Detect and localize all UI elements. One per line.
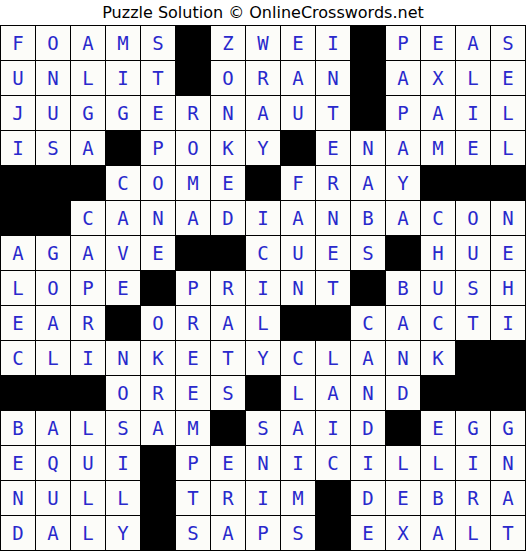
letter-cell-r1c7: Z bbox=[211, 26, 245, 60]
block-cell-r6c2 bbox=[36, 201, 70, 235]
block-cell-r14c10 bbox=[316, 481, 350, 515]
letter-cell-r3c10: T bbox=[316, 96, 350, 130]
letter-cell-r6c12: A bbox=[386, 201, 420, 235]
page-title: Puzzle Solution © OnlineCrosswords.net bbox=[0, 0, 526, 25]
letter-cell-r5c4: C bbox=[106, 166, 140, 200]
letter-cell-r9c15: I bbox=[491, 306, 525, 340]
letter-cell-r12c5: A bbox=[141, 411, 175, 445]
letter-cell-r3c7: N bbox=[211, 96, 245, 130]
letter-cell-r14c9: M bbox=[281, 481, 315, 515]
letter-cell-r6c8: I bbox=[246, 201, 280, 235]
letter-cell-r13c2: Q bbox=[36, 446, 70, 480]
letter-cell-r8c2: O bbox=[36, 271, 70, 305]
letter-cell-r9c7: A bbox=[211, 306, 245, 340]
letter-cell-r5c12: Y bbox=[386, 166, 420, 200]
letter-cell-r13c7: E bbox=[211, 446, 245, 480]
letter-cell-r2c14: L bbox=[456, 61, 490, 95]
letter-cell-r10c2: L bbox=[36, 341, 70, 375]
letter-cell-r1c8: W bbox=[246, 26, 280, 60]
letter-cell-r12c13: E bbox=[421, 411, 455, 445]
letter-cell-r10c3: I bbox=[71, 341, 105, 375]
block-cell-r5c2 bbox=[36, 166, 70, 200]
block-cell-r12c7 bbox=[211, 411, 245, 445]
letter-cell-r9c12: A bbox=[386, 306, 420, 340]
letter-cell-r9c6: R bbox=[176, 306, 210, 340]
block-cell-r10c14 bbox=[456, 341, 490, 375]
letter-cell-r5c7: E bbox=[211, 166, 245, 200]
letter-cell-r11c6: E bbox=[176, 376, 210, 410]
letter-cell-r3c4: G bbox=[106, 96, 140, 130]
letter-cell-r6c9: A bbox=[281, 201, 315, 235]
block-cell-r11c1 bbox=[1, 376, 35, 410]
letter-cell-r4c8: Y bbox=[246, 131, 280, 165]
letter-cell-r14c1: N bbox=[1, 481, 35, 515]
letter-cell-r4c12: A bbox=[386, 131, 420, 165]
letter-cell-r15c4: Y bbox=[106, 516, 140, 550]
letter-cell-r10c6: E bbox=[176, 341, 210, 375]
letter-cell-r3c9: U bbox=[281, 96, 315, 130]
block-cell-r8c5 bbox=[141, 271, 175, 305]
letter-cell-r13c6: P bbox=[176, 446, 210, 480]
letter-cell-r7c14: U bbox=[456, 236, 490, 270]
block-cell-r11c3 bbox=[71, 376, 105, 410]
letter-cell-r10c8: Y bbox=[246, 341, 280, 375]
letter-cell-r6c6: A bbox=[176, 201, 210, 235]
letter-cell-r8c1: L bbox=[1, 271, 35, 305]
letter-cell-r10c7: T bbox=[211, 341, 245, 375]
letter-cell-r6c14: O bbox=[456, 201, 490, 235]
letter-cell-r14c6: T bbox=[176, 481, 210, 515]
letter-cell-r4c10: E bbox=[316, 131, 350, 165]
letter-cell-r8c4: E bbox=[106, 271, 140, 305]
letter-cell-r5c10: R bbox=[316, 166, 350, 200]
letter-cell-r12c10: I bbox=[316, 411, 350, 445]
letter-cell-r1c10: I bbox=[316, 26, 350, 60]
block-cell-r5c14 bbox=[456, 166, 490, 200]
letter-cell-r4c11: N bbox=[351, 131, 385, 165]
block-cell-r11c13 bbox=[421, 376, 455, 410]
letter-cell-r5c11: A bbox=[351, 166, 385, 200]
letter-cell-r2c8: R bbox=[246, 61, 280, 95]
letter-cell-r12c6: M bbox=[176, 411, 210, 445]
letter-cell-r15c3: L bbox=[71, 516, 105, 550]
block-cell-r5c1 bbox=[1, 166, 35, 200]
letter-cell-r6c3: C bbox=[71, 201, 105, 235]
letter-cell-r13c4: I bbox=[106, 446, 140, 480]
letter-cell-r11c4: O bbox=[106, 376, 140, 410]
block-cell-r8c11 bbox=[351, 271, 385, 305]
letter-cell-r7c10: E bbox=[316, 236, 350, 270]
letter-cell-r10c1: C bbox=[1, 341, 35, 375]
letter-cell-r7c3: A bbox=[71, 236, 105, 270]
block-cell-r6c1 bbox=[1, 201, 35, 235]
letter-cell-r14c14: R bbox=[456, 481, 490, 515]
letter-cell-r6c11: B bbox=[351, 201, 385, 235]
block-cell-r7c7 bbox=[211, 236, 245, 270]
letter-cell-r6c10: N bbox=[316, 201, 350, 235]
letter-cell-r13c9: I bbox=[281, 446, 315, 480]
letter-cell-r2c4: I bbox=[106, 61, 140, 95]
letter-cell-r2c15: E bbox=[491, 61, 525, 95]
letter-cell-r7c8: C bbox=[246, 236, 280, 270]
letter-cell-r1c15: S bbox=[491, 26, 525, 60]
letter-cell-r13c15: N bbox=[491, 446, 525, 480]
letter-cell-r2c2: N bbox=[36, 61, 70, 95]
letter-cell-r11c10: A bbox=[316, 376, 350, 410]
block-cell-r13c5 bbox=[141, 446, 175, 480]
letter-cell-r7c2: G bbox=[36, 236, 70, 270]
letter-cell-r13c14: I bbox=[456, 446, 490, 480]
letter-cell-r12c4: S bbox=[106, 411, 140, 445]
letter-cell-r13c11: I bbox=[351, 446, 385, 480]
block-cell-r12c12 bbox=[386, 411, 420, 445]
block-cell-r4c9 bbox=[281, 131, 315, 165]
letter-cell-r5c9: F bbox=[281, 166, 315, 200]
letter-cell-r12c11: D bbox=[351, 411, 385, 445]
letter-cell-r5c5: O bbox=[141, 166, 175, 200]
letter-cell-r1c9: E bbox=[281, 26, 315, 60]
letter-cell-r10c9: C bbox=[281, 341, 315, 375]
letter-cell-r4c6: O bbox=[176, 131, 210, 165]
letter-cell-r9c5: O bbox=[141, 306, 175, 340]
letter-cell-r7c11: S bbox=[351, 236, 385, 270]
letter-cell-r9c1: E bbox=[1, 306, 35, 340]
letter-cell-r14c15: A bbox=[491, 481, 525, 515]
letter-cell-r12c15: G bbox=[491, 411, 525, 445]
letter-cell-r12c14: G bbox=[456, 411, 490, 445]
letter-cell-r3c13: A bbox=[421, 96, 455, 130]
block-cell-r9c9 bbox=[281, 306, 315, 340]
block-cell-r11c8 bbox=[246, 376, 280, 410]
letter-cell-r15c11: E bbox=[351, 516, 385, 550]
letter-cell-r1c13: E bbox=[421, 26, 455, 60]
letter-cell-r1c4: M bbox=[106, 26, 140, 60]
letter-cell-r9c11: C bbox=[351, 306, 385, 340]
letter-cell-r9c14: T bbox=[456, 306, 490, 340]
letter-cell-r4c15: L bbox=[491, 131, 525, 165]
letter-cell-r3c2: U bbox=[36, 96, 70, 130]
letter-cell-r2c9: A bbox=[281, 61, 315, 95]
letter-cell-r15c7: A bbox=[211, 516, 245, 550]
letter-cell-r3c1: J bbox=[1, 96, 35, 130]
letter-cell-r2c5: T bbox=[141, 61, 175, 95]
letter-cell-r6c13: C bbox=[421, 201, 455, 235]
letter-cell-r8c9: N bbox=[281, 271, 315, 305]
block-cell-r5c13 bbox=[421, 166, 455, 200]
block-cell-r9c10 bbox=[316, 306, 350, 340]
letter-cell-r13c10: C bbox=[316, 446, 350, 480]
letter-cell-r12c9: A bbox=[281, 411, 315, 445]
block-cell-r9c4 bbox=[106, 306, 140, 340]
letter-cell-r14c3: L bbox=[71, 481, 105, 515]
letter-cell-r12c1: B bbox=[1, 411, 35, 445]
letter-cell-r10c5: K bbox=[141, 341, 175, 375]
letter-cell-r9c8: L bbox=[246, 306, 280, 340]
letter-cell-r3c8: A bbox=[246, 96, 280, 130]
block-cell-r1c11 bbox=[351, 26, 385, 60]
letter-cell-r9c2: A bbox=[36, 306, 70, 340]
letter-cell-r13c13: L bbox=[421, 446, 455, 480]
letter-cell-r6c15: N bbox=[491, 201, 525, 235]
letter-cell-r1c14: A bbox=[456, 26, 490, 60]
block-cell-r11c14 bbox=[456, 376, 490, 410]
letter-cell-r3c6: R bbox=[176, 96, 210, 130]
letter-cell-r3c5: E bbox=[141, 96, 175, 130]
letter-cell-r5c6: M bbox=[176, 166, 210, 200]
letter-cell-r7c4: V bbox=[106, 236, 140, 270]
letter-cell-r8c10: T bbox=[316, 271, 350, 305]
letter-cell-r1c5: S bbox=[141, 26, 175, 60]
letter-cell-r4c5: P bbox=[141, 131, 175, 165]
block-cell-r5c15 bbox=[491, 166, 525, 200]
letter-cell-r4c1: I bbox=[1, 131, 35, 165]
letter-cell-r6c4: A bbox=[106, 201, 140, 235]
block-cell-r10c15 bbox=[491, 341, 525, 375]
letter-cell-r11c9: L bbox=[281, 376, 315, 410]
letter-cell-r12c8: S bbox=[246, 411, 280, 445]
letter-cell-r2c13: X bbox=[421, 61, 455, 95]
letter-cell-r2c3: L bbox=[71, 61, 105, 95]
letter-cell-r14c7: R bbox=[211, 481, 245, 515]
block-cell-r2c11 bbox=[351, 61, 385, 95]
letter-cell-r1c3: A bbox=[71, 26, 105, 60]
block-cell-r2c6 bbox=[176, 61, 210, 95]
letter-cell-r8c8: I bbox=[246, 271, 280, 305]
letter-cell-r1c1: F bbox=[1, 26, 35, 60]
block-cell-r5c3 bbox=[71, 166, 105, 200]
letter-cell-r14c13: B bbox=[421, 481, 455, 515]
letter-cell-r7c15: E bbox=[491, 236, 525, 270]
letter-cell-r7c9: U bbox=[281, 236, 315, 270]
letter-cell-r15c13: A bbox=[421, 516, 455, 550]
letter-cell-r9c13: C bbox=[421, 306, 455, 340]
letter-cell-r6c5: N bbox=[141, 201, 175, 235]
letter-cell-r7c5: E bbox=[141, 236, 175, 270]
block-cell-r14c5 bbox=[141, 481, 175, 515]
letter-cell-r15c2: A bbox=[36, 516, 70, 550]
letter-cell-r8c7: R bbox=[211, 271, 245, 305]
letter-cell-r8c6: P bbox=[176, 271, 210, 305]
letter-cell-r14c2: U bbox=[36, 481, 70, 515]
letter-cell-r10c12: N bbox=[386, 341, 420, 375]
letter-cell-r15c12: X bbox=[386, 516, 420, 550]
letter-cell-r10c11: A bbox=[351, 341, 385, 375]
letter-cell-r8c15: H bbox=[491, 271, 525, 305]
letter-cell-r3c12: P bbox=[386, 96, 420, 130]
letter-cell-r7c1: A bbox=[1, 236, 35, 270]
letter-cell-r8c13: U bbox=[421, 271, 455, 305]
letter-cell-r11c7: S bbox=[211, 376, 245, 410]
letter-cell-r2c12: A bbox=[386, 61, 420, 95]
letter-cell-r2c7: O bbox=[211, 61, 245, 95]
letter-cell-r4c2: S bbox=[36, 131, 70, 165]
letter-cell-r9c3: R bbox=[71, 306, 105, 340]
letter-cell-r3c14: I bbox=[456, 96, 490, 130]
block-cell-r1c6 bbox=[176, 26, 210, 60]
letter-cell-r13c3: U bbox=[71, 446, 105, 480]
crossword-grid: FOAMSZWEIPEASUNLITORANAXLEJUGGERNAUTPAIL… bbox=[0, 25, 526, 551]
letter-cell-r11c11: N bbox=[351, 376, 385, 410]
letter-cell-r10c4: N bbox=[106, 341, 140, 375]
letter-cell-r15c6: S bbox=[176, 516, 210, 550]
block-cell-r7c12 bbox=[386, 236, 420, 270]
block-cell-r11c15 bbox=[491, 376, 525, 410]
letter-cell-r14c11: D bbox=[351, 481, 385, 515]
letter-cell-r11c12: D bbox=[386, 376, 420, 410]
letter-cell-r4c7: K bbox=[211, 131, 245, 165]
letter-cell-r15c15: T bbox=[491, 516, 525, 550]
letter-cell-r8c3: P bbox=[71, 271, 105, 305]
letter-cell-r13c8: N bbox=[246, 446, 280, 480]
letter-cell-r3c3: G bbox=[71, 96, 105, 130]
letter-cell-r7c13: H bbox=[421, 236, 455, 270]
letter-cell-r8c12: B bbox=[386, 271, 420, 305]
letter-cell-r3c15: L bbox=[491, 96, 525, 130]
letter-cell-r2c1: U bbox=[1, 61, 35, 95]
letter-cell-r4c14: E bbox=[456, 131, 490, 165]
block-cell-r15c5 bbox=[141, 516, 175, 550]
letter-cell-r10c10: L bbox=[316, 341, 350, 375]
block-cell-r7c6 bbox=[176, 236, 210, 270]
crossword-solution-page: Puzzle Solution © OnlineCrosswords.net F… bbox=[0, 0, 526, 551]
letter-cell-r12c3: L bbox=[71, 411, 105, 445]
block-cell-r4c4 bbox=[106, 131, 140, 165]
block-cell-r5c8 bbox=[246, 166, 280, 200]
letter-cell-r1c12: P bbox=[386, 26, 420, 60]
block-cell-r3c11 bbox=[351, 96, 385, 130]
letter-cell-r10c13: K bbox=[421, 341, 455, 375]
letter-cell-r4c3: A bbox=[71, 131, 105, 165]
block-cell-r15c10 bbox=[316, 516, 350, 550]
letter-cell-r6c7: D bbox=[211, 201, 245, 235]
letter-cell-r14c12: E bbox=[386, 481, 420, 515]
letter-cell-r11c5: R bbox=[141, 376, 175, 410]
block-cell-r11c2 bbox=[36, 376, 70, 410]
letter-cell-r12c2: A bbox=[36, 411, 70, 445]
letter-cell-r15c14: L bbox=[456, 516, 490, 550]
letter-cell-r15c1: D bbox=[1, 516, 35, 550]
letter-cell-r1c2: O bbox=[36, 26, 70, 60]
letter-cell-r15c9: S bbox=[281, 516, 315, 550]
letter-cell-r4c13: M bbox=[421, 131, 455, 165]
letter-cell-r15c8: P bbox=[246, 516, 280, 550]
letter-cell-r14c8: I bbox=[246, 481, 280, 515]
letter-cell-r14c4: L bbox=[106, 481, 140, 515]
letter-cell-r2c10: N bbox=[316, 61, 350, 95]
letter-cell-r13c12: L bbox=[386, 446, 420, 480]
letter-cell-r13c1: E bbox=[1, 446, 35, 480]
letter-cell-r8c14: S bbox=[456, 271, 490, 305]
